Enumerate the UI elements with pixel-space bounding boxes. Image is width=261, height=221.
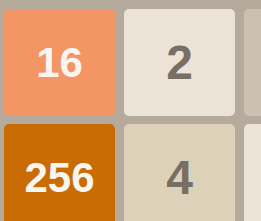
- tile-16: 16: [4, 9, 115, 116]
- tile-2: 2: [124, 9, 235, 116]
- tile-value: 16: [36, 42, 83, 84]
- 2048-board[interactable]: 1622564: [4, 9, 261, 221]
- tile-value: 256: [24, 157, 94, 199]
- empty-cell: [244, 9, 261, 116]
- tile-value: 2: [166, 39, 193, 87]
- tile-256: 256: [4, 124, 115, 221]
- game-viewport: 1622564: [0, 0, 261, 221]
- tile-value: 4: [166, 154, 193, 202]
- tile-4: 4: [124, 124, 235, 221]
- partial-tile: [244, 124, 261, 221]
